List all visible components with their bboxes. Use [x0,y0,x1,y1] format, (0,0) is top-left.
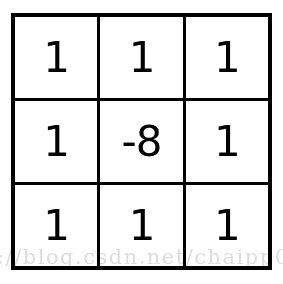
grid-cell-r0c0: 1 [15,17,97,98]
grid-cell-r1c0: 1 [15,101,97,182]
grid-cell-r2c0: 1 [15,185,97,266]
grid-cell-r2c2: 1 [186,185,268,266]
kernel-grid: 1 1 1 1 -8 1 1 1 1 [11,13,272,270]
grid-cell-r0c1: 1 [100,17,182,98]
grid-cell-r0c2: 1 [186,17,268,98]
grid-cell-r2c1: 1 [100,185,182,266]
grid-cell-r1c1: -8 [100,101,182,182]
grid-cell-r1c2: 1 [186,101,268,182]
kernel-diagram: 1 1 1 1 -8 1 1 1 1 ://blog.csdn.net/chai… [0,0,283,284]
